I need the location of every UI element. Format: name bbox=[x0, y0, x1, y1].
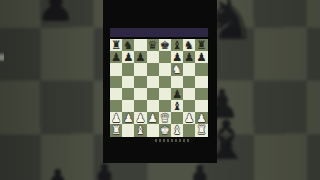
square-f5[interactable] bbox=[171, 76, 183, 88]
square-c6[interactable] bbox=[134, 63, 146, 75]
white-knight[interactable]: ♞ bbox=[171, 63, 183, 75]
white-rook[interactable]: ♜ bbox=[195, 124, 207, 136]
watermark-text bbox=[155, 139, 189, 142]
square-b4[interactable] bbox=[122, 88, 134, 100]
square-g4[interactable] bbox=[183, 88, 195, 100]
square-g7[interactable]: ♟ bbox=[183, 51, 195, 63]
square-b5[interactable] bbox=[122, 76, 134, 88]
square-e7[interactable] bbox=[159, 51, 171, 63]
black-pawn[interactable]: ♟ bbox=[134, 51, 146, 63]
black-pawn[interactable]: ♟ bbox=[110, 51, 122, 63]
black-pawn[interactable]: ♟ bbox=[195, 51, 207, 63]
square-a6[interactable] bbox=[110, 63, 122, 75]
chess-board: ♜♞♛♚♝♞♜♟♟♟♟♟♟♞♟♝♟♟♟♟♛♟♟♜♝♚♝♜ bbox=[110, 39, 208, 137]
square-d2[interactable]: ♟ bbox=[147, 112, 159, 124]
black-bishop[interactable]: ♝ bbox=[171, 100, 183, 112]
square-d8[interactable]: ♛ bbox=[147, 39, 159, 51]
square-b2[interactable]: ♟ bbox=[122, 112, 134, 124]
square-d7[interactable] bbox=[147, 51, 159, 63]
square-a1[interactable]: ♜ bbox=[110, 124, 122, 136]
white-pawn[interactable]: ♟ bbox=[183, 112, 195, 124]
white-pawn[interactable]: ♟ bbox=[122, 112, 134, 124]
square-b6[interactable] bbox=[122, 63, 134, 75]
square-b7[interactable]: ♟ bbox=[122, 51, 134, 63]
white-bishop[interactable]: ♝ bbox=[134, 124, 146, 136]
watermark-badge bbox=[149, 137, 194, 144]
black-queen[interactable]: ♛ bbox=[147, 39, 159, 51]
square-h6[interactable] bbox=[195, 63, 207, 75]
square-f6[interactable]: ♞ bbox=[171, 63, 183, 75]
black-pawn[interactable]: ♟ bbox=[183, 51, 195, 63]
square-e4[interactable] bbox=[159, 88, 171, 100]
square-g2[interactable]: ♟ bbox=[183, 112, 195, 124]
white-king[interactable]: ♚ bbox=[159, 124, 171, 136]
white-pawn[interactable]: ♟ bbox=[147, 112, 159, 124]
black-king[interactable]: ♚ bbox=[159, 39, 171, 51]
square-f3[interactable]: ♝ bbox=[171, 100, 183, 112]
white-bishop[interactable]: ♝ bbox=[171, 124, 183, 136]
white-rook[interactable]: ♜ bbox=[110, 124, 122, 136]
square-h1[interactable]: ♜ bbox=[195, 124, 207, 136]
square-b1[interactable] bbox=[122, 124, 134, 136]
square-a4[interactable] bbox=[110, 88, 122, 100]
app-header-bar bbox=[110, 28, 208, 37]
square-d1[interactable] bbox=[147, 124, 159, 136]
square-g1[interactable] bbox=[183, 124, 195, 136]
square-h4[interactable] bbox=[195, 88, 207, 100]
square-c5[interactable] bbox=[134, 76, 146, 88]
square-c7[interactable]: ♟ bbox=[134, 51, 146, 63]
square-d5[interactable] bbox=[147, 76, 159, 88]
black-pawn[interactable]: ♟ bbox=[122, 51, 134, 63]
square-e1[interactable]: ♚ bbox=[159, 124, 171, 136]
square-h7[interactable]: ♟ bbox=[195, 51, 207, 63]
square-g6[interactable] bbox=[183, 63, 195, 75]
square-c4[interactable] bbox=[134, 88, 146, 100]
video-frame: ♟♞♟♝♟♟♟ ♜♞♛♚♝♞♜♟♟♟♟♟♟♞♟♝♟♟♟♟♛♟♟♜♝♚♝♜ bbox=[0, 0, 320, 180]
blurred-coordinate-mark bbox=[0, 52, 4, 62]
video-strip: ♜♞♛♚♝♞♜♟♟♟♟♟♟♞♟♝♟♟♟♟♛♟♟♜♝♚♝♜ bbox=[103, 0, 217, 163]
square-a7[interactable]: ♟ bbox=[110, 51, 122, 63]
square-e8[interactable]: ♚ bbox=[159, 39, 171, 51]
square-e5[interactable] bbox=[159, 76, 171, 88]
square-d4[interactable] bbox=[147, 88, 159, 100]
square-g5[interactable] bbox=[183, 76, 195, 88]
square-a5[interactable] bbox=[110, 76, 122, 88]
square-h5[interactable] bbox=[195, 76, 207, 88]
square-e6[interactable] bbox=[159, 63, 171, 75]
square-c1[interactable]: ♝ bbox=[134, 124, 146, 136]
square-d6[interactable] bbox=[147, 63, 159, 75]
square-f1[interactable]: ♝ bbox=[171, 124, 183, 136]
